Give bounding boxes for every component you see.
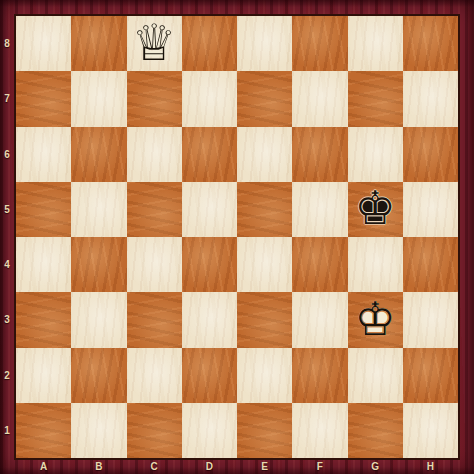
- square-d1[interactable]: [182, 403, 237, 458]
- file-label-e: E: [237, 459, 292, 474]
- square-g5[interactable]: ♚: [348, 182, 403, 237]
- square-d6[interactable]: [182, 127, 237, 182]
- square-f5[interactable]: [292, 182, 347, 237]
- white-queen-glyph: ♕: [132, 18, 177, 68]
- square-a1[interactable]: [16, 403, 71, 458]
- square-e1[interactable]: [237, 403, 292, 458]
- square-h3[interactable]: [403, 292, 458, 347]
- square-e2[interactable]: [237, 348, 292, 403]
- file-label-b: B: [71, 459, 126, 474]
- square-b3[interactable]: [71, 292, 126, 347]
- rank-label-5: 5: [0, 182, 14, 237]
- square-f6[interactable]: [292, 127, 347, 182]
- square-f3[interactable]: [292, 292, 347, 347]
- rank-label-4: 4: [0, 237, 14, 292]
- square-f4[interactable]: [292, 237, 347, 292]
- square-h2[interactable]: [403, 348, 458, 403]
- square-c6[interactable]: [127, 127, 182, 182]
- square-g8[interactable]: [348, 16, 403, 71]
- rank-label-3: 3: [0, 292, 14, 347]
- square-c8[interactable]: ♛♕: [127, 16, 182, 71]
- square-h8[interactable]: [403, 16, 458, 71]
- rank-label-7: 7: [0, 71, 14, 126]
- square-h7[interactable]: [403, 71, 458, 126]
- file-label-d: D: [182, 459, 237, 474]
- square-e7[interactable]: [237, 71, 292, 126]
- white-king[interactable]: ♚♔: [348, 292, 403, 347]
- square-d3[interactable]: [182, 292, 237, 347]
- square-f1[interactable]: [292, 403, 347, 458]
- square-g1[interactable]: [348, 403, 403, 458]
- rank-label-2: 2: [0, 348, 14, 403]
- rank-label-1: 1: [0, 403, 14, 458]
- square-f8[interactable]: [292, 16, 347, 71]
- square-g3[interactable]: ♚♔: [348, 292, 403, 347]
- file-label-f: F: [292, 459, 347, 474]
- square-d5[interactable]: [182, 182, 237, 237]
- square-f2[interactable]: [292, 348, 347, 403]
- square-b8[interactable]: [71, 16, 126, 71]
- square-e5[interactable]: [237, 182, 292, 237]
- chessboard-stage: ♛♕♚♚♔ 87654321 ABCDEFGH: [0, 0, 474, 474]
- white-queen[interactable]: ♛♕: [127, 16, 182, 71]
- square-g4[interactable]: [348, 237, 403, 292]
- square-c7[interactable]: [127, 71, 182, 126]
- black-king-glyph: ♚: [355, 185, 396, 231]
- square-e4[interactable]: [237, 237, 292, 292]
- square-b2[interactable]: [71, 348, 126, 403]
- square-b4[interactable]: [71, 237, 126, 292]
- square-g2[interactable]: [348, 348, 403, 403]
- square-c5[interactable]: [127, 182, 182, 237]
- file-label-c: C: [127, 459, 182, 474]
- square-b6[interactable]: [71, 127, 126, 182]
- white-king-glyph: ♔: [355, 296, 396, 342]
- square-c1[interactable]: [127, 403, 182, 458]
- square-e3[interactable]: [237, 292, 292, 347]
- square-d4[interactable]: [182, 237, 237, 292]
- square-a7[interactable]: [16, 71, 71, 126]
- rank-label-8: 8: [0, 16, 14, 71]
- square-g6[interactable]: [348, 127, 403, 182]
- square-h1[interactable]: [403, 403, 458, 458]
- square-h5[interactable]: [403, 182, 458, 237]
- square-f7[interactable]: [292, 71, 347, 126]
- square-c2[interactable]: [127, 348, 182, 403]
- square-d7[interactable]: [182, 71, 237, 126]
- square-c3[interactable]: [127, 292, 182, 347]
- square-b5[interactable]: [71, 182, 126, 237]
- file-label-g: G: [348, 459, 403, 474]
- square-d2[interactable]: [182, 348, 237, 403]
- file-label-a: A: [16, 459, 71, 474]
- square-a6[interactable]: [16, 127, 71, 182]
- square-e6[interactable]: [237, 127, 292, 182]
- rank-label-6: 6: [0, 127, 14, 182]
- chess-board: ♛♕♚♚♔: [16, 16, 458, 458]
- square-h6[interactable]: [403, 127, 458, 182]
- black-king[interactable]: ♚: [348, 182, 403, 237]
- file-label-h: H: [403, 459, 458, 474]
- square-a5[interactable]: [16, 182, 71, 237]
- square-h4[interactable]: [403, 237, 458, 292]
- board-frame: ♛♕♚♚♔: [14, 14, 460, 460]
- square-e8[interactable]: [237, 16, 292, 71]
- square-c4[interactable]: [127, 237, 182, 292]
- square-a8[interactable]: [16, 16, 71, 71]
- square-a2[interactable]: [16, 348, 71, 403]
- square-a4[interactable]: [16, 237, 71, 292]
- square-a3[interactable]: [16, 292, 71, 347]
- square-b1[interactable]: [71, 403, 126, 458]
- square-b7[interactable]: [71, 71, 126, 126]
- square-d8[interactable]: [182, 16, 237, 71]
- square-g7[interactable]: [348, 71, 403, 126]
